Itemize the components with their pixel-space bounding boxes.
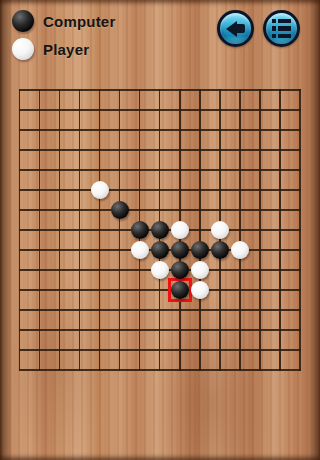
- arrow-left-icon: [226, 21, 245, 37]
- stone-white: [91, 181, 109, 199]
- stone-white: [211, 221, 229, 239]
- stone-black: [171, 261, 189, 279]
- black-stone-icon: [12, 10, 34, 32]
- stone-white: [171, 221, 189, 239]
- stone-white: [131, 241, 149, 259]
- stone-black: [191, 241, 209, 259]
- stone-white: [231, 241, 249, 259]
- stone-black: [151, 241, 169, 259]
- back-button[interactable]: [217, 10, 254, 47]
- stone-black: [171, 241, 189, 259]
- stone-black: [171, 281, 189, 299]
- stone-black: [211, 241, 229, 259]
- stone-white: [151, 261, 169, 279]
- stone-black: [131, 221, 149, 239]
- white-stone-icon: [12, 38, 34, 60]
- player-label: Player: [43, 41, 89, 58]
- computer-label: Computer: [43, 13, 115, 30]
- stone-white: [191, 281, 209, 299]
- stone-white: [191, 261, 209, 279]
- list-icon: [272, 19, 291, 39]
- menu-button[interactable]: [263, 10, 300, 47]
- legend-row-player: Player: [12, 36, 115, 62]
- stone-black: [111, 201, 129, 219]
- legend-row-computer: Computer: [12, 8, 115, 34]
- stone-black: [151, 221, 169, 239]
- legend: Computer Player: [12, 8, 115, 62]
- board[interactable]: [19, 89, 301, 371]
- gomoku-app: Computer Player: [0, 0, 320, 460]
